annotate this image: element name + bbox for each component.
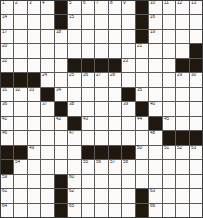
grid-cell[interactable] <box>109 15 121 28</box>
grid-cell[interactable] <box>122 131 134 144</box>
black-cell <box>176 59 188 72</box>
grid-cell[interactable]: 53 <box>190 146 202 159</box>
grid-cell[interactable] <box>28 189 40 202</box>
grid-cell[interactable]: 58 <box>122 160 134 173</box>
grid-cell[interactable]: 29 <box>176 73 188 86</box>
grid-cell[interactable] <box>176 175 188 188</box>
grid-cell[interactable]: 25 <box>68 73 80 86</box>
grid-cell[interactable] <box>68 30 80 43</box>
black-cell <box>122 146 134 159</box>
grid-cell[interactable] <box>95 88 107 101</box>
crossword-grid: 1234567891011121314151617181920212223242… <box>0 0 203 218</box>
grid-cell[interactable] <box>28 117 40 130</box>
grid-cell[interactable] <box>14 117 26 130</box>
clue-number: 11 <box>164 1 169 6</box>
grid-cell[interactable] <box>41 146 53 159</box>
grid-cell[interactable] <box>176 15 188 28</box>
grid-cell[interactable]: 22 <box>1 59 13 72</box>
grid-cell[interactable] <box>122 117 134 130</box>
clue-number: 52 <box>177 146 182 151</box>
grid-cell[interactable]: 6 <box>82 1 94 14</box>
grid-cell[interactable]: 66 <box>149 204 161 217</box>
grid-cell[interactable] <box>41 175 53 188</box>
grid-cell[interactable] <box>176 160 188 173</box>
black-cell <box>163 131 175 144</box>
grid-cell[interactable]: 39 <box>122 102 134 115</box>
grid-cell[interactable]: 30 <box>190 73 202 86</box>
black-cell <box>122 88 134 101</box>
black-cell <box>55 204 67 217</box>
grid-cell[interactable] <box>163 30 175 43</box>
black-cell <box>55 175 67 188</box>
clue-number: 21 <box>137 44 142 49</box>
grid-cell[interactable] <box>28 131 40 144</box>
grid-cell[interactable]: 54 <box>14 160 26 173</box>
black-cell <box>1 73 13 86</box>
black-cell <box>190 131 202 144</box>
grid-cell[interactable] <box>190 175 202 188</box>
black-cell <box>136 1 148 14</box>
grid-cell[interactable]: 33 <box>28 88 40 101</box>
black-cell <box>68 117 80 130</box>
grid-cell[interactable]: 35 <box>136 88 148 101</box>
grid-cell[interactable]: 23 <box>122 59 134 72</box>
clue-number: 41 <box>2 117 7 122</box>
grid-cell[interactable] <box>68 146 80 159</box>
black-cell <box>190 44 202 57</box>
clue-number: 44 <box>137 117 142 122</box>
grid-cell[interactable] <box>14 175 26 188</box>
grid-cell[interactable]: 3 <box>28 1 40 14</box>
grid-cell[interactable] <box>149 175 161 188</box>
clue-number: 29 <box>177 73 182 78</box>
clue-number: 18 <box>56 30 61 35</box>
grid-cell[interactable] <box>176 30 188 43</box>
grid-cell[interactable] <box>122 189 134 202</box>
grid-cell[interactable]: 36 <box>1 102 13 115</box>
grid-cell[interactable]: 42 <box>55 117 67 130</box>
grid-cell[interactable] <box>109 44 121 57</box>
grid-cell[interactable] <box>14 102 26 115</box>
grid-cell[interactable] <box>136 131 148 144</box>
grid-cell[interactable] <box>122 44 134 57</box>
grid-cell[interactable]: 37 <box>41 102 53 115</box>
grid-cell[interactable] <box>190 117 202 130</box>
grid-cell[interactable] <box>82 15 94 28</box>
clue-number: 27 <box>96 73 101 78</box>
clue-number: 3 <box>29 1 32 6</box>
clue-number: 35 <box>137 88 142 93</box>
clue-number: 49 <box>29 146 34 151</box>
grid-cell[interactable] <box>109 131 121 144</box>
grid-cell[interactable] <box>149 73 161 86</box>
clue-number: 60 <box>69 175 74 180</box>
grid-cell[interactable] <box>14 131 26 144</box>
grid-cell[interactable] <box>28 59 40 72</box>
grid-cell[interactable] <box>136 175 148 188</box>
grid-cell[interactable] <box>190 30 202 43</box>
clue-number: 37 <box>42 102 47 107</box>
grid-cell[interactable]: 55 <box>82 160 94 173</box>
grid-cell[interactable]: 21 <box>136 44 148 57</box>
grid-cell[interactable]: 61 <box>1 189 13 202</box>
grid-cell[interactable] <box>176 102 188 115</box>
clue-number: 45 <box>164 117 169 122</box>
grid-cell[interactable] <box>55 146 67 159</box>
grid-cell[interactable]: 15 <box>68 15 80 28</box>
clue-number: 57 <box>110 160 115 165</box>
clue-number: 33 <box>29 88 34 93</box>
clue-number: 47 <box>69 131 74 136</box>
clue-number: 28 <box>110 73 115 78</box>
grid-cell[interactable]: 50 <box>136 146 148 159</box>
grid-cell[interactable] <box>41 160 53 173</box>
grid-cell[interactable] <box>190 88 202 101</box>
grid-cell[interactable]: 24 <box>41 73 53 86</box>
grid-cell[interactable] <box>82 30 94 43</box>
grid-cell[interactable]: 14 <box>1 15 13 28</box>
clue-number: 19 <box>150 30 155 35</box>
grid-cell[interactable]: 65 <box>68 204 80 217</box>
grid-cell[interactable] <box>41 204 53 217</box>
clue-number: 40 <box>150 102 155 107</box>
grid-cell[interactable] <box>163 160 175 173</box>
black-cell <box>149 117 161 130</box>
grid-cell[interactable] <box>55 44 67 57</box>
grid-cell[interactable] <box>82 131 94 144</box>
grid-cell[interactable] <box>109 30 121 43</box>
black-cell <box>55 1 67 14</box>
grid-cell[interactable]: 19 <box>149 30 161 43</box>
grid-cell[interactable] <box>163 15 175 28</box>
black-cell <box>136 102 148 115</box>
clue-number: 56 <box>96 160 101 165</box>
grid-cell[interactable] <box>176 189 188 202</box>
grid-cell[interactable] <box>41 117 53 130</box>
clue-number: 65 <box>69 204 74 209</box>
grid-cell[interactable] <box>14 30 26 43</box>
grid-cell[interactable] <box>163 88 175 101</box>
black-cell <box>1 160 13 173</box>
grid-cell[interactable] <box>176 88 188 101</box>
clue-number: 54 <box>15 160 20 165</box>
grid-cell[interactable] <box>163 204 175 217</box>
grid-cell[interactable] <box>55 59 67 72</box>
grid-cell[interactable] <box>95 44 107 57</box>
grid-cell[interactable] <box>82 102 94 115</box>
clue-number: 8 <box>110 1 113 6</box>
black-cell <box>95 59 107 72</box>
grid-cell[interactable] <box>41 44 53 57</box>
clue-number: 1 <box>2 1 5 6</box>
grid-cell[interactable] <box>68 160 80 173</box>
grid-cell[interactable]: 43 <box>82 117 94 130</box>
grid-cell[interactable] <box>163 44 175 57</box>
clue-number: 55 <box>83 160 88 165</box>
grid-cell[interactable] <box>122 30 134 43</box>
grid-cell[interactable]: 63 <box>149 189 161 202</box>
grid-cell[interactable]: 10 <box>149 1 161 14</box>
grid-cell[interactable]: 44 <box>136 117 148 130</box>
grid-cell[interactable]: 56 <box>95 160 107 173</box>
grid-cell[interactable] <box>28 30 40 43</box>
grid-cell[interactable]: 16 <box>149 15 161 28</box>
clue-number: 4 <box>42 1 45 6</box>
grid-cell[interactable] <box>82 204 94 217</box>
clue-number: 36 <box>2 102 7 107</box>
black-cell <box>1 146 13 159</box>
clue-number: 51 <box>164 146 169 151</box>
grid-cell[interactable]: 18 <box>55 30 67 43</box>
clue-number: 5 <box>69 1 72 6</box>
clue-number: 64 <box>2 204 7 209</box>
grid-cell[interactable] <box>14 44 26 57</box>
grid-cell[interactable]: 27 <box>95 73 107 86</box>
clue-number: 26 <box>83 73 88 78</box>
grid-cell[interactable]: 1 <box>1 1 13 14</box>
grid-cell[interactable] <box>68 44 80 57</box>
grid-cell[interactable] <box>41 189 53 202</box>
grid-cell[interactable] <box>149 88 161 101</box>
grid-cell[interactable] <box>95 204 107 217</box>
clue-number: 46 <box>2 131 7 136</box>
grid-cell[interactable]: 46 <box>1 131 13 144</box>
grid-cell[interactable] <box>176 44 188 57</box>
clue-number: 63 <box>150 189 155 194</box>
grid-cell[interactable]: 45 <box>163 117 175 130</box>
grid-cell[interactable] <box>68 88 80 101</box>
grid-cell[interactable] <box>14 204 26 217</box>
black-cell <box>82 59 94 72</box>
grid-cell[interactable] <box>136 59 148 72</box>
black-cell <box>55 189 67 202</box>
grid-cell[interactable] <box>122 204 134 217</box>
grid-cell[interactable] <box>41 59 53 72</box>
grid-cell[interactable] <box>109 204 121 217</box>
clue-number: 12 <box>177 1 182 6</box>
clue-number: 17 <box>2 30 7 35</box>
black-cell <box>55 15 67 28</box>
grid-cell[interactable]: 52 <box>176 146 188 159</box>
clue-number: 30 <box>191 73 196 78</box>
grid-cell[interactable] <box>109 117 121 130</box>
grid-cell[interactable] <box>109 175 121 188</box>
grid-cell[interactable] <box>149 160 161 173</box>
black-cell <box>41 88 53 101</box>
clue-number: 43 <box>83 117 88 122</box>
clue-number: 23 <box>123 59 128 64</box>
grid-cell[interactable] <box>28 44 40 57</box>
grid-cell[interactable] <box>122 15 134 28</box>
clue-number: 32 <box>15 88 20 93</box>
black-cell <box>136 189 148 202</box>
black-cell <box>176 131 188 144</box>
grid-cell[interactable]: 5 <box>68 1 80 14</box>
black-cell <box>68 59 80 72</box>
grid-cell[interactable] <box>163 102 175 115</box>
grid-cell[interactable]: 57 <box>109 160 121 173</box>
clue-number: 6 <box>83 1 86 6</box>
clue-number: 58 <box>123 160 128 165</box>
clue-number: 16 <box>150 15 155 20</box>
clue-number: 25 <box>69 73 74 78</box>
clue-number: 50 <box>137 146 142 151</box>
grid-cell[interactable]: 41 <box>1 117 13 130</box>
clue-number: 62 <box>69 189 74 194</box>
grid-cell[interactable]: 9 <box>122 1 134 14</box>
grid-cell[interactable] <box>122 73 134 86</box>
grid-cell[interactable] <box>163 175 175 188</box>
grid-cell[interactable]: 26 <box>82 73 94 86</box>
grid-cell[interactable] <box>95 15 107 28</box>
grid-cell[interactable]: 12 <box>176 1 188 14</box>
grid-cell[interactable] <box>149 59 161 72</box>
clue-number: 66 <box>150 204 155 209</box>
grid-cell[interactable] <box>28 15 40 28</box>
grid-cell[interactable]: 28 <box>109 73 121 86</box>
grid-cell[interactable] <box>190 102 202 115</box>
grid-cell[interactable]: 31 <box>1 88 13 101</box>
clue-number: 20 <box>2 44 7 49</box>
grid-cell[interactable] <box>163 59 175 72</box>
grid-cell[interactable] <box>95 175 107 188</box>
clue-number: 9 <box>123 1 126 6</box>
clue-number: 14 <box>2 15 7 20</box>
black-cell <box>95 146 107 159</box>
grid-cell[interactable]: 7 <box>95 1 107 14</box>
grid-cell[interactable] <box>14 59 26 72</box>
clue-number: 48 <box>150 131 155 136</box>
grid-cell[interactable]: 11 <box>163 1 175 14</box>
black-cell <box>109 146 121 159</box>
clue-number: 34 <box>56 88 61 93</box>
grid-cell[interactable]: 34 <box>55 88 67 101</box>
grid-cell[interactable] <box>28 204 40 217</box>
grid-cell[interactable] <box>55 73 67 86</box>
black-cell <box>28 73 40 86</box>
black-cell <box>136 15 148 28</box>
grid-cell[interactable] <box>95 117 107 130</box>
grid-cell[interactable]: 47 <box>68 131 80 144</box>
grid-cell[interactable] <box>136 160 148 173</box>
grid-cell[interactable] <box>163 73 175 86</box>
grid-cell[interactable] <box>163 189 175 202</box>
grid-cell[interactable] <box>95 131 107 144</box>
grid-cell[interactable] <box>82 175 94 188</box>
grid-cell[interactable]: 32 <box>14 88 26 101</box>
grid-cell[interactable] <box>95 30 107 43</box>
grid-cell[interactable]: 59 <box>1 175 13 188</box>
grid-cell[interactable] <box>190 204 202 217</box>
grid-cell[interactable] <box>190 15 202 28</box>
clue-number: 22 <box>2 59 7 64</box>
grid-cell[interactable]: 2 <box>14 1 26 14</box>
grid-cell[interactable] <box>149 44 161 57</box>
grid-cell[interactable]: 60 <box>68 175 80 188</box>
grid-cell[interactable]: 51 <box>163 146 175 159</box>
grid-cell[interactable] <box>190 189 202 202</box>
black-cell <box>136 30 148 43</box>
grid-cell[interactable]: 17 <box>1 30 13 43</box>
grid-cell[interactable]: 40 <box>149 102 161 115</box>
grid-cell[interactable] <box>136 73 148 86</box>
grid-cell[interactable] <box>14 189 26 202</box>
grid-cell[interactable] <box>41 15 53 28</box>
clue-number: 42 <box>56 117 61 122</box>
grid-cell[interactable] <box>82 189 94 202</box>
grid-cell[interactable]: 13 <box>190 1 202 14</box>
grid-cell[interactable] <box>55 131 67 144</box>
grid-cell[interactable] <box>176 117 188 130</box>
grid-cell[interactable] <box>28 102 40 115</box>
black-cell <box>14 73 26 86</box>
black-cell <box>55 102 67 115</box>
grid-cell[interactable]: 4 <box>41 1 53 14</box>
grid-cell[interactable] <box>41 131 53 144</box>
grid-cell[interactable] <box>28 160 40 173</box>
grid-cell[interactable] <box>95 189 107 202</box>
grid-cell[interactable] <box>41 30 53 43</box>
clue-number: 7 <box>96 1 99 6</box>
grid-cell[interactable]: 64 <box>1 204 13 217</box>
grid-cell[interactable] <box>82 44 94 57</box>
grid-cell[interactable] <box>149 146 161 159</box>
clue-number: 38 <box>69 102 74 107</box>
grid-cell[interactable] <box>28 175 40 188</box>
grid-cell[interactable]: 49 <box>28 146 40 159</box>
grid-cell[interactable] <box>109 189 121 202</box>
clue-number: 13 <box>191 1 196 6</box>
grid-cell[interactable] <box>176 204 188 217</box>
clue-number: 31 <box>2 88 7 93</box>
grid-cell[interactable]: 62 <box>68 189 80 202</box>
grid-cell[interactable]: 8 <box>109 1 121 14</box>
grid-cell[interactable]: 20 <box>1 44 13 57</box>
grid-cell[interactable]: 38 <box>68 102 80 115</box>
grid-cell[interactable] <box>109 102 121 115</box>
black-cell <box>109 59 121 72</box>
clue-number: 61 <box>2 189 7 194</box>
grid-cell[interactable]: 48 <box>149 131 161 144</box>
black-cell <box>190 59 202 72</box>
grid-cell[interactable] <box>82 88 94 101</box>
clue-number: 10 <box>150 1 155 6</box>
grid-cell[interactable] <box>95 102 107 115</box>
clue-number: 59 <box>2 175 7 180</box>
grid-cell[interactable] <box>122 175 134 188</box>
grid-cell[interactable] <box>109 88 121 101</box>
clue-number: 24 <box>42 73 47 78</box>
grid-cell[interactable] <box>55 160 67 173</box>
black-cell <box>82 146 94 159</box>
grid-cell[interactable] <box>190 160 202 173</box>
clue-number: 39 <box>123 102 128 107</box>
clue-number: 53 <box>191 146 196 151</box>
black-cell <box>136 204 148 217</box>
clue-number: 2 <box>15 1 18 6</box>
black-cell <box>14 146 26 159</box>
clue-number: 15 <box>69 15 74 20</box>
grid-cell[interactable] <box>14 15 26 28</box>
